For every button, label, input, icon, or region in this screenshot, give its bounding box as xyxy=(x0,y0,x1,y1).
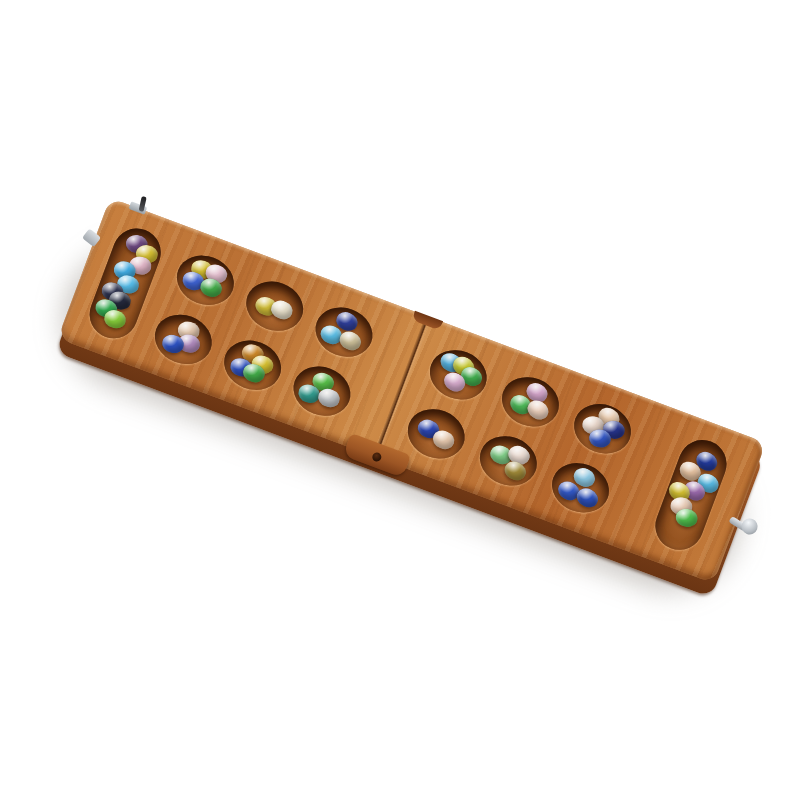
pit-b6[interactable] xyxy=(545,455,616,520)
hinge-pin-hole xyxy=(371,451,383,463)
mancala-board xyxy=(58,198,766,584)
clasp-latch-knob xyxy=(739,516,760,537)
product-photo-scene xyxy=(0,0,800,800)
